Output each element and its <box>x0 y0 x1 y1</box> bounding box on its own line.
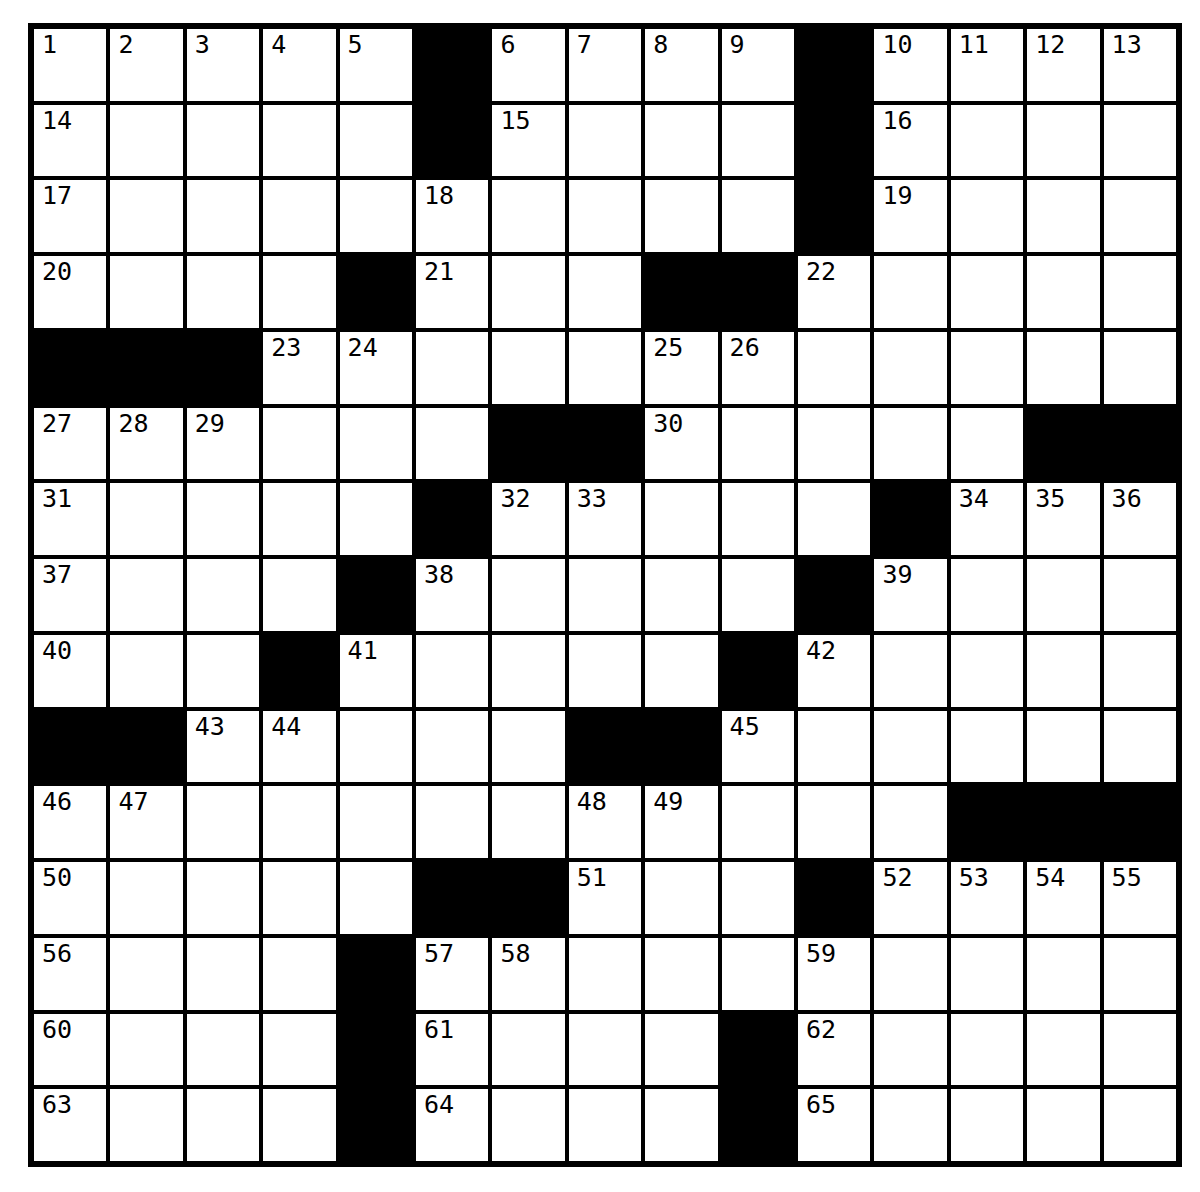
clue-number: 64 <box>424 1092 454 1117</box>
white-cell[interactable]: 27 <box>34 408 106 480</box>
clue-number: 59 <box>806 941 836 966</box>
black-cell <box>798 862 870 934</box>
clue-number: 28 <box>118 411 148 436</box>
black-cell <box>722 635 794 707</box>
white-cell[interactable] <box>798 786 870 858</box>
black-cell <box>722 1014 794 1086</box>
clue-number: 46 <box>42 789 72 814</box>
white-cell[interactable] <box>951 180 1023 252</box>
clue-number: 41 <box>348 638 378 663</box>
white-cell[interactable] <box>110 862 182 934</box>
white-cell[interactable] <box>722 483 794 555</box>
white-cell[interactable]: 53 <box>951 862 1023 934</box>
white-cell[interactable]: 61 <box>416 1014 488 1086</box>
white-cell[interactable] <box>645 483 717 555</box>
black-cell <box>416 105 488 177</box>
clue-number: 18 <box>424 183 454 208</box>
black-cell <box>416 29 488 101</box>
white-cell[interactable] <box>874 786 946 858</box>
clue-number: 27 <box>42 411 72 436</box>
black-cell <box>187 332 259 404</box>
white-cell[interactable] <box>951 332 1023 404</box>
clue-number: 7 <box>577 32 592 57</box>
white-cell[interactable]: 18 <box>416 180 488 252</box>
white-cell[interactable] <box>1027 180 1099 252</box>
white-cell[interactable]: 41 <box>340 635 412 707</box>
white-cell[interactable] <box>340 408 412 480</box>
white-cell[interactable]: 5 <box>340 29 412 101</box>
clue-number: 52 <box>882 865 912 890</box>
white-cell[interactable]: 33 <box>569 483 641 555</box>
crossword-board: 1234567891011121314151617181920212223242… <box>28 23 1182 1167</box>
white-cell[interactable] <box>1027 332 1099 404</box>
white-cell[interactable]: 45 <box>722 711 794 783</box>
white-cell[interactable]: 10 <box>874 29 946 101</box>
white-cell[interactable] <box>569 938 641 1010</box>
black-cell <box>34 711 106 783</box>
white-cell[interactable] <box>874 332 946 404</box>
clue-number: 40 <box>42 638 72 663</box>
white-cell[interactable] <box>1027 1014 1099 1086</box>
white-cell[interactable] <box>1027 105 1099 177</box>
white-cell[interactable] <box>187 256 259 328</box>
white-cell[interactable] <box>110 483 182 555</box>
white-cell[interactable] <box>492 559 564 631</box>
white-cell[interactable]: 54 <box>1027 862 1099 934</box>
white-cell[interactable] <box>722 105 794 177</box>
white-cell[interactable]: 12 <box>1027 29 1099 101</box>
clue-number: 2 <box>118 32 133 57</box>
white-cell[interactable] <box>1104 559 1176 631</box>
white-cell[interactable]: 32 <box>492 483 564 555</box>
clue-number: 60 <box>42 1017 72 1042</box>
clue-number: 51 <box>577 865 607 890</box>
white-cell[interactable]: 62 <box>798 1014 870 1086</box>
white-cell[interactable] <box>110 635 182 707</box>
white-cell[interactable] <box>722 938 794 1010</box>
black-cell <box>492 862 564 934</box>
clue-number: 32 <box>500 486 530 511</box>
white-cell[interactable]: 36 <box>1104 483 1176 555</box>
clue-number: 58 <box>500 941 530 966</box>
black-cell <box>110 332 182 404</box>
white-cell[interactable]: 29 <box>187 408 259 480</box>
white-cell[interactable] <box>416 786 488 858</box>
clue-number: 10 <box>882 32 912 57</box>
black-cell <box>416 483 488 555</box>
white-cell[interactable] <box>951 1014 1023 1086</box>
white-cell[interactable]: 31 <box>34 483 106 555</box>
white-cell[interactable]: 20 <box>34 256 106 328</box>
white-cell[interactable] <box>110 559 182 631</box>
white-cell[interactable] <box>416 408 488 480</box>
clue-number: 48 <box>577 789 607 814</box>
white-cell[interactable]: 39 <box>874 559 946 631</box>
white-cell[interactable] <box>645 105 717 177</box>
white-cell[interactable] <box>110 256 182 328</box>
white-cell[interactable]: 16 <box>874 105 946 177</box>
clue-number: 31 <box>42 486 72 511</box>
white-cell[interactable] <box>263 483 335 555</box>
clue-number: 1 <box>42 32 57 57</box>
black-cell <box>263 635 335 707</box>
white-cell[interactable]: 35 <box>1027 483 1099 555</box>
white-cell[interactable]: 63 <box>34 1089 106 1161</box>
clue-number: 11 <box>959 32 989 57</box>
white-cell[interactable]: 60 <box>34 1014 106 1086</box>
clue-number: 4 <box>271 32 286 57</box>
white-cell[interactable]: 1 <box>34 29 106 101</box>
white-cell[interactable] <box>951 938 1023 1010</box>
white-cell[interactable] <box>492 635 564 707</box>
white-cell[interactable]: 17 <box>34 180 106 252</box>
white-cell[interactable]: 58 <box>492 938 564 1010</box>
white-cell[interactable] <box>187 635 259 707</box>
clue-number: 20 <box>42 259 72 284</box>
white-cell[interactable] <box>951 635 1023 707</box>
black-cell <box>34 332 106 404</box>
clue-number: 63 <box>42 1092 72 1117</box>
white-cell[interactable] <box>722 862 794 934</box>
clue-number: 53 <box>959 865 989 890</box>
white-cell[interactable] <box>1104 1089 1176 1161</box>
white-cell[interactable] <box>569 1014 641 1086</box>
clue-number: 8 <box>653 32 668 57</box>
white-cell[interactable]: 52 <box>874 862 946 934</box>
black-cell <box>1104 408 1176 480</box>
clue-number: 16 <box>882 108 912 133</box>
crossword-grid: 1234567891011121314151617181920212223242… <box>28 23 1182 1167</box>
clue-number: 24 <box>348 335 378 360</box>
white-cell[interactable]: 24 <box>340 332 412 404</box>
clue-number: 15 <box>500 108 530 133</box>
white-cell[interactable] <box>951 256 1023 328</box>
black-cell <box>722 1089 794 1161</box>
white-cell[interactable] <box>798 711 870 783</box>
white-cell[interactable] <box>340 105 412 177</box>
white-cell[interactable] <box>263 938 335 1010</box>
white-cell[interactable] <box>645 862 717 934</box>
white-cell[interactable] <box>1104 105 1176 177</box>
white-cell[interactable] <box>1027 1089 1099 1161</box>
white-cell[interactable] <box>569 635 641 707</box>
black-cell <box>722 256 794 328</box>
clue-number: 21 <box>424 259 454 284</box>
white-cell[interactable]: 13 <box>1104 29 1176 101</box>
white-cell[interactable] <box>110 105 182 177</box>
white-cell[interactable] <box>263 180 335 252</box>
black-cell <box>569 408 641 480</box>
white-cell[interactable] <box>874 1014 946 1086</box>
white-cell[interactable] <box>569 332 641 404</box>
black-cell <box>416 862 488 934</box>
black-cell <box>1027 408 1099 480</box>
clue-number: 14 <box>42 108 72 133</box>
clue-number: 44 <box>271 714 301 739</box>
clue-number: 23 <box>271 335 301 360</box>
white-cell[interactable] <box>1104 635 1176 707</box>
clue-number: 56 <box>42 941 72 966</box>
white-cell[interactable] <box>492 711 564 783</box>
clue-number: 3 <box>195 32 210 57</box>
white-cell[interactable] <box>645 938 717 1010</box>
white-cell[interactable]: 7 <box>569 29 641 101</box>
white-cell[interactable] <box>951 105 1023 177</box>
white-cell[interactable] <box>263 256 335 328</box>
white-cell[interactable] <box>492 1014 564 1086</box>
black-cell <box>798 29 870 101</box>
white-cell[interactable] <box>110 1014 182 1086</box>
white-cell[interactable] <box>263 1014 335 1086</box>
white-cell[interactable] <box>798 408 870 480</box>
clue-number: 45 <box>730 714 760 739</box>
black-cell <box>340 1089 412 1161</box>
black-cell <box>340 938 412 1010</box>
black-cell <box>1104 786 1176 858</box>
clue-number: 42 <box>806 638 836 663</box>
clue-number: 50 <box>42 865 72 890</box>
white-cell[interactable]: 47 <box>110 786 182 858</box>
white-cell[interactable]: 23 <box>263 332 335 404</box>
white-cell[interactable] <box>110 1089 182 1161</box>
clue-number: 47 <box>118 789 148 814</box>
white-cell[interactable] <box>645 559 717 631</box>
white-cell[interactable]: 59 <box>798 938 870 1010</box>
clue-number: 37 <box>42 562 72 587</box>
black-cell <box>569 711 641 783</box>
white-cell[interactable] <box>951 559 1023 631</box>
clue-number: 33 <box>577 486 607 511</box>
white-cell[interactable]: 38 <box>416 559 488 631</box>
white-cell[interactable]: 57 <box>416 938 488 1010</box>
clue-number: 36 <box>1112 486 1142 511</box>
black-cell <box>340 559 412 631</box>
black-cell <box>340 256 412 328</box>
white-cell[interactable] <box>187 483 259 555</box>
white-cell[interactable] <box>874 635 946 707</box>
white-cell[interactable]: 2 <box>110 29 182 101</box>
white-cell[interactable] <box>340 862 412 934</box>
white-cell[interactable] <box>874 1089 946 1161</box>
clue-number: 12 <box>1035 32 1065 57</box>
clue-number: 34 <box>959 486 989 511</box>
white-cell[interactable]: 64 <box>416 1089 488 1161</box>
white-cell[interactable] <box>645 1014 717 1086</box>
white-cell[interactable] <box>874 256 946 328</box>
white-cell[interactable] <box>340 786 412 858</box>
clue-number: 29 <box>195 411 225 436</box>
white-cell[interactable] <box>722 408 794 480</box>
white-cell[interactable] <box>1027 256 1099 328</box>
white-cell[interactable]: 55 <box>1104 862 1176 934</box>
white-cell[interactable]: 37 <box>34 559 106 631</box>
white-cell[interactable] <box>187 559 259 631</box>
white-cell[interactable] <box>340 483 412 555</box>
white-cell[interactable] <box>645 1089 717 1161</box>
black-cell <box>645 256 717 328</box>
white-cell[interactable] <box>722 786 794 858</box>
black-cell <box>645 711 717 783</box>
white-cell[interactable] <box>263 408 335 480</box>
white-cell[interactable]: 4 <box>263 29 335 101</box>
white-cell[interactable] <box>798 483 870 555</box>
white-cell[interactable] <box>722 180 794 252</box>
white-cell[interactable] <box>492 332 564 404</box>
white-cell[interactable] <box>492 180 564 252</box>
clue-number: 61 <box>424 1017 454 1042</box>
white-cell[interactable] <box>1104 332 1176 404</box>
clue-number: 17 <box>42 183 72 208</box>
white-cell[interactable]: 26 <box>722 332 794 404</box>
white-cell[interactable]: 8 <box>645 29 717 101</box>
white-cell[interactable] <box>1027 711 1099 783</box>
clue-number: 19 <box>882 183 912 208</box>
white-cell[interactable] <box>1104 256 1176 328</box>
white-cell[interactable]: 22 <box>798 256 870 328</box>
clue-number: 22 <box>806 259 836 284</box>
black-cell <box>340 1014 412 1086</box>
white-cell[interactable]: 44 <box>263 711 335 783</box>
white-cell[interactable] <box>492 1089 564 1161</box>
white-cell[interactable] <box>187 1089 259 1161</box>
clue-number: 25 <box>653 335 683 360</box>
white-cell[interactable] <box>416 711 488 783</box>
white-cell[interactable]: 40 <box>34 635 106 707</box>
black-cell <box>492 408 564 480</box>
white-cell[interactable] <box>263 786 335 858</box>
white-cell[interactable]: 49 <box>645 786 717 858</box>
white-cell[interactable] <box>110 938 182 1010</box>
clue-number: 13 <box>1112 32 1142 57</box>
clue-number: 6 <box>500 32 515 57</box>
white-cell[interactable] <box>187 938 259 1010</box>
white-cell[interactable]: 51 <box>569 862 641 934</box>
white-cell[interactable] <box>340 180 412 252</box>
white-cell[interactable] <box>645 180 717 252</box>
white-cell[interactable] <box>951 711 1023 783</box>
white-cell[interactable] <box>1104 938 1176 1010</box>
white-cell[interactable] <box>1027 635 1099 707</box>
white-cell[interactable]: 65 <box>798 1089 870 1161</box>
white-cell[interactable] <box>874 711 946 783</box>
clue-number: 55 <box>1112 865 1142 890</box>
black-cell <box>110 711 182 783</box>
white-cell[interactable] <box>722 559 794 631</box>
white-cell[interactable]: 21 <box>416 256 488 328</box>
white-cell[interactable]: 48 <box>569 786 641 858</box>
white-cell[interactable]: 46 <box>34 786 106 858</box>
clue-number: 54 <box>1035 865 1065 890</box>
white-cell[interactable] <box>569 180 641 252</box>
black-cell <box>874 483 946 555</box>
clue-number: 57 <box>424 941 454 966</box>
black-cell <box>951 786 1023 858</box>
white-cell[interactable] <box>874 408 946 480</box>
white-cell[interactable] <box>1027 559 1099 631</box>
white-cell[interactable] <box>187 1014 259 1086</box>
white-cell[interactable] <box>1104 180 1176 252</box>
white-cell[interactable]: 3 <box>187 29 259 101</box>
white-cell[interactable] <box>798 332 870 404</box>
white-cell[interactable] <box>263 862 335 934</box>
white-cell[interactable] <box>110 180 182 252</box>
white-cell[interactable] <box>1104 711 1176 783</box>
white-cell[interactable] <box>187 786 259 858</box>
white-cell[interactable]: 19 <box>874 180 946 252</box>
white-cell[interactable] <box>187 105 259 177</box>
black-cell <box>798 559 870 631</box>
white-cell[interactable] <box>569 1089 641 1161</box>
white-cell[interactable]: 14 <box>34 105 106 177</box>
white-cell[interactable]: 6 <box>492 29 564 101</box>
white-cell[interactable] <box>416 635 488 707</box>
white-cell[interactable]: 56 <box>34 938 106 1010</box>
white-cell[interactable] <box>263 1089 335 1161</box>
white-cell[interactable]: 42 <box>798 635 870 707</box>
clue-number: 35 <box>1035 486 1065 511</box>
clue-number: 5 <box>348 32 363 57</box>
white-cell[interactable] <box>569 559 641 631</box>
white-cell[interactable] <box>492 786 564 858</box>
black-cell <box>798 180 870 252</box>
white-cell[interactable] <box>187 862 259 934</box>
white-cell[interactable] <box>263 559 335 631</box>
white-cell[interactable] <box>951 1089 1023 1161</box>
white-cell[interactable]: 15 <box>492 105 564 177</box>
clue-number: 9 <box>730 32 745 57</box>
black-cell <box>1027 786 1099 858</box>
white-cell[interactable] <box>263 105 335 177</box>
white-cell[interactable] <box>1027 938 1099 1010</box>
clue-number: 49 <box>653 789 683 814</box>
white-cell[interactable] <box>340 711 412 783</box>
white-cell[interactable] <box>416 332 488 404</box>
white-cell[interactable]: 34 <box>951 483 1023 555</box>
clue-number: 30 <box>653 411 683 436</box>
white-cell[interactable]: 28 <box>110 408 182 480</box>
white-cell[interactable] <box>569 256 641 328</box>
white-cell[interactable]: 11 <box>951 29 1023 101</box>
white-cell[interactable]: 9 <box>722 29 794 101</box>
white-cell[interactable]: 25 <box>645 332 717 404</box>
clue-number: 62 <box>806 1017 836 1042</box>
white-cell[interactable]: 30 <box>645 408 717 480</box>
clue-number: 38 <box>424 562 454 587</box>
white-cell[interactable] <box>569 105 641 177</box>
white-cell[interactable] <box>492 256 564 328</box>
clue-number: 65 <box>806 1092 836 1117</box>
clue-number: 39 <box>882 562 912 587</box>
clue-number: 43 <box>195 714 225 739</box>
white-cell[interactable] <box>645 635 717 707</box>
white-cell[interactable]: 43 <box>187 711 259 783</box>
white-cell[interactable] <box>1104 1014 1176 1086</box>
white-cell[interactable] <box>951 408 1023 480</box>
white-cell[interactable] <box>187 180 259 252</box>
black-cell <box>798 105 870 177</box>
white-cell[interactable]: 50 <box>34 862 106 934</box>
white-cell[interactable] <box>874 938 946 1010</box>
clue-number: 26 <box>730 335 760 360</box>
